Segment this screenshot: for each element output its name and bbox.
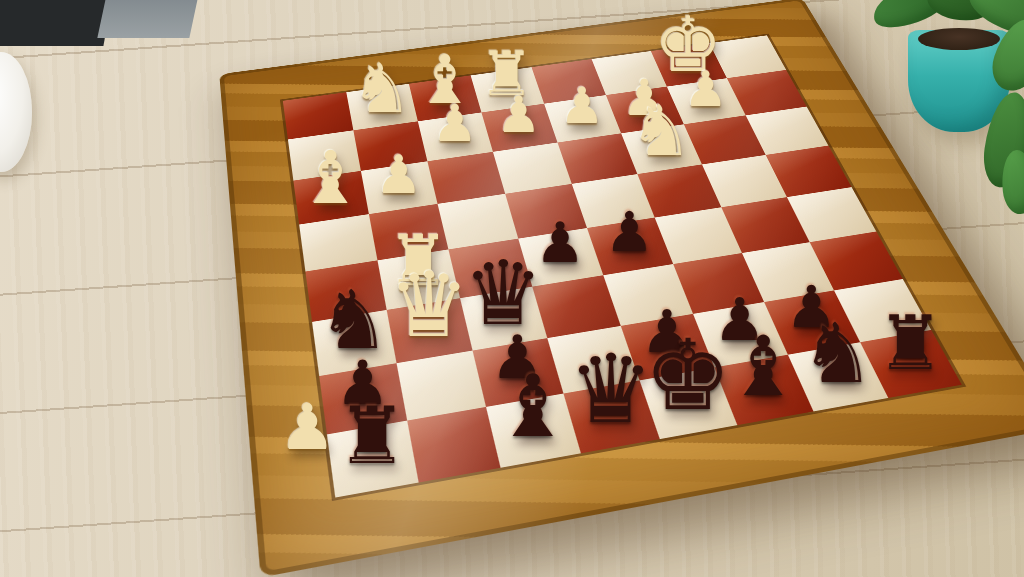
piece-bN-g8[interactable]: ♞: [800, 312, 874, 395]
piece-bB-f8[interactable]: ♝: [726, 325, 800, 408]
piece-wP-b3[interactable]: ♟: [375, 148, 423, 201]
piece-wP-frame[interactable]: ♟: [279, 396, 335, 459]
piece-bB-c8[interactable]: ♝: [494, 363, 571, 449]
piece-bK-e8[interactable]: ♚: [644, 326, 732, 424]
piece-bR-a8[interactable]: ♜: [337, 397, 408, 476]
piece-wQ-b6[interactable]: ♛: [389, 260, 470, 350]
piece-wP-e2[interactable]: ♟: [560, 81, 605, 131]
piece-wB-a3[interactable]: ♝: [298, 141, 363, 214]
piece-bQ-d8[interactable]: ♛: [568, 342, 653, 437]
piece-wN-f3[interactable]: ♞: [630, 95, 693, 165]
piece-wP-d2[interactable]: ♟: [497, 90, 542, 140]
piece-wN-b1[interactable]: ♞: [351, 55, 412, 123]
piece-wP-c2[interactable]: ♟: [432, 99, 478, 150]
plant-soil: [918, 28, 1000, 50]
piece-bP-e5[interactable]: ♟: [605, 205, 654, 260]
pieces-layer: ♞♝♜♚♟♟♟♟♟♝♟♞♜♟♟♞♛♛♟♟♟♟♟♟♜♝♛♚♝♞♜: [0, 0, 1024, 577]
piece-bR-h8[interactable]: ♜: [877, 306, 944, 381]
